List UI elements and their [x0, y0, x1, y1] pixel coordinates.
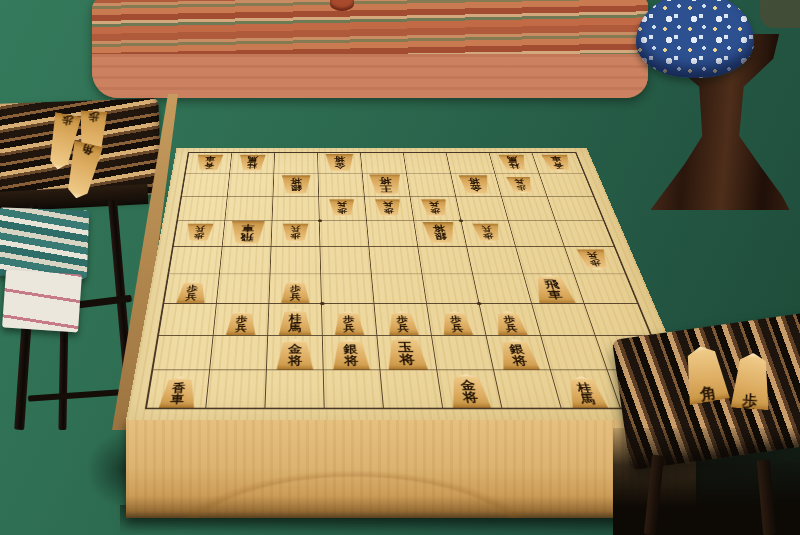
cushion-stripe-pattern: [92, 0, 648, 56]
board-cell-7-4[interactable]: 歩兵: [272, 221, 321, 247]
board-cell-5-6[interactable]: [372, 274, 427, 304]
board-cell-9-7[interactable]: [159, 304, 217, 336]
floor-cushion: [92, 0, 648, 98]
board-cell-3-6[interactable]: [473, 274, 532, 304]
board-cell-5-4[interactable]: [367, 221, 418, 247]
board-cell-8-9[interactable]: [206, 370, 267, 407]
board-cell-2-2[interactable]: 歩兵: [495, 174, 547, 197]
shogi-piece-sente-歩兵[interactable]: 歩兵: [332, 311, 366, 335]
cushion-body: [92, 54, 648, 98]
board-cell-7-6[interactable]: 歩兵: [269, 274, 321, 304]
board-cell-5-8[interactable]: 玉将: [377, 336, 437, 371]
shogi-piece-sente-桂馬[interactable]: 桂馬: [277, 309, 314, 335]
shogi-piece-sente-歩兵[interactable]: 歩兵: [279, 281, 311, 303]
board-cell-6-5[interactable]: [320, 246, 371, 274]
shogi-piece-sente-玉将[interactable]: 玉将: [383, 337, 431, 370]
shogi-piece-sente-香車[interactable]: 香車: [156, 376, 200, 407]
board-cell-3-9[interactable]: [494, 370, 561, 407]
board-cell-5-9[interactable]: [381, 370, 444, 407]
shogi-piece-sente-金将[interactable]: 金将: [274, 339, 315, 370]
board-cell-6-2[interactable]: [319, 174, 365, 197]
board-cell-5-1[interactable]: [361, 153, 407, 174]
shogi-piece-gote-銀将[interactable]: 銀将: [420, 222, 459, 245]
board-cell-8-7[interactable]: 歩兵: [214, 304, 270, 336]
shogi-piece-gote-歩兵[interactable]: 歩兵: [575, 250, 614, 270]
shogi-piece-gote-歩兵[interactable]: 歩兵: [419, 199, 451, 217]
board-cell-1-3[interactable]: [547, 197, 603, 221]
board-cell-3-1[interactable]: [446, 153, 495, 174]
indigo-patterned-stool-cushion: [636, 0, 754, 78]
shogi-piece-gote-銀将[interactable]: 銀将: [279, 175, 312, 195]
board-cell-1-1[interactable]: 香車: [532, 153, 584, 174]
board-cell-7-9[interactable]: [266, 370, 325, 407]
shogi-piece-gote-歩兵[interactable]: 歩兵: [504, 177, 537, 194]
shogi-piece-gote-桂馬[interactable]: 桂馬: [237, 155, 268, 172]
shogi-piece-sente-歩兵[interactable]: 歩兵: [438, 311, 475, 335]
board-front-face: [126, 417, 696, 518]
board-cell-4-9[interactable]: 金将: [437, 370, 502, 407]
folded-cloth-teal: [0, 207, 89, 278]
shogi-piece-sente-銀将[interactable]: 銀将: [330, 339, 373, 370]
board-cell-8-6[interactable]: [217, 274, 271, 304]
board-cell-4-2[interactable]: [407, 174, 456, 197]
board-cell-7-5[interactable]: [271, 246, 322, 274]
board-cell-6-1[interactable]: 金将: [318, 153, 363, 174]
board-cell-1-7[interactable]: [584, 304, 650, 336]
shogi-piece-sente-金将[interactable]: 金将: [445, 374, 494, 408]
board-cell-1-5[interactable]: 歩兵: [565, 246, 625, 274]
board-cell-8-4[interactable]: 飛車: [223, 221, 273, 247]
board-cell-3-5[interactable]: [467, 246, 524, 274]
board-cell-4-5[interactable]: [418, 246, 473, 274]
board-cell-5-3[interactable]: 歩兵: [365, 197, 414, 221]
shogi-piece-sente-飛車[interactable]: 飛車: [529, 275, 578, 303]
board-cell-4-7[interactable]: 歩兵: [427, 304, 486, 336]
star-point: [318, 219, 322, 222]
board-cell-7-8[interactable]: 金将: [267, 336, 324, 371]
corner-object: [760, 0, 800, 28]
shogi-piece-sente-歩兵[interactable]: 歩兵: [224, 311, 259, 335]
board-cell-6-6[interactable]: [321, 274, 374, 304]
board-cell-7-1[interactable]: [274, 153, 318, 174]
board-cell-3-2[interactable]: 金将: [451, 174, 502, 197]
shogi-piece-sente-歩兵[interactable]: 歩兵: [385, 311, 421, 335]
shogi-piece-sente-銀将[interactable]: 銀将: [494, 339, 542, 370]
board-cell-6-3[interactable]: 歩兵: [319, 197, 367, 221]
board-cell-4-4[interactable]: 銀将: [414, 221, 467, 247]
board-cell-2-1[interactable]: 桂馬: [489, 153, 539, 174]
board-cell-3-4[interactable]: 歩兵: [461, 221, 515, 247]
board-cell-8-5[interactable]: [220, 246, 272, 274]
board-cell-5-7[interactable]: 歩兵: [374, 304, 431, 336]
shogi-piece-gote-王将[interactable]: 王将: [367, 174, 405, 195]
shogi-piece-gote-歩兵[interactable]: 歩兵: [281, 224, 311, 243]
shogi-piece-gote-飛車[interactable]: 飛車: [228, 221, 267, 245]
board-cell-2-3[interactable]: [502, 197, 556, 221]
board-cell-9-6[interactable]: 歩兵: [165, 274, 220, 304]
board-cell-7-2[interactable]: 銀将: [273, 174, 319, 197]
board-cell-6-4[interactable]: [320, 221, 370, 247]
board-cell-1-2[interactable]: [539, 174, 592, 197]
board-cell-9-5[interactable]: [169, 246, 222, 274]
board-cell-4-6[interactable]: [422, 274, 479, 304]
board-cell-8-8[interactable]: [210, 336, 268, 371]
board-cell-1-4[interactable]: [556, 221, 614, 247]
board-cell-7-3[interactable]: [273, 197, 320, 221]
board-cell-5-5[interactable]: [369, 246, 422, 274]
shogi-piece-gote-金将[interactable]: 金将: [457, 175, 495, 195]
shogi-piece-gote-歩兵[interactable]: 歩兵: [184, 224, 216, 243]
board-cell-6-9[interactable]: [324, 370, 384, 407]
board-cell-8-1[interactable]: 桂馬: [230, 153, 275, 174]
folded-cloth-white: [2, 269, 82, 332]
board-cell-3-8[interactable]: 銀将: [486, 336, 550, 371]
board-cell-1-6[interactable]: [574, 274, 637, 304]
board-cell-9-1[interactable]: 香車: [186, 153, 232, 174]
board-cell-3-3[interactable]: [456, 197, 508, 221]
board-cell-8-2[interactable]: [228, 174, 274, 197]
shogi-piece-gote-金将[interactable]: 金将: [323, 154, 356, 173]
star-point: [459, 219, 464, 222]
shogi-piece-sente-歩兵[interactable]: 歩兵: [491, 311, 530, 335]
board-cell-7-7[interactable]: 桂馬: [268, 304, 323, 336]
shogi-piece-gote-香車[interactable]: 香車: [193, 155, 225, 172]
shogi-match-photo: 香車桂馬金将桂馬香車銀将王将金将歩兵歩兵歩兵歩兵歩兵飛車歩兵銀将歩兵歩兵歩兵歩兵…: [0, 0, 800, 535]
board-cell-9-9[interactable]: 香車: [147, 370, 210, 407]
shogi-piece-gote-歩兵[interactable]: 歩兵: [373, 199, 404, 217]
board-cell-9-2[interactable]: [182, 174, 230, 197]
board-cell-5-2[interactable]: 王将: [363, 174, 411, 197]
board-cell-4-3[interactable]: 歩兵: [410, 197, 461, 221]
board-cell-6-8[interactable]: 銀将: [323, 336, 381, 371]
board-cell-4-1[interactable]: [404, 153, 451, 174]
board-cell-9-4[interactable]: 歩兵: [174, 221, 225, 247]
shogi-piece-gote-香車[interactable]: 香車: [539, 155, 575, 172]
shogi-piece-gote-歩兵[interactable]: 歩兵: [471, 224, 505, 243]
shogi-piece-gote-歩兵[interactable]: 歩兵: [328, 199, 357, 217]
shogi-piece-sente-桂馬[interactable]: 桂馬: [561, 376, 610, 407]
board-cell-3-7[interactable]: 歩兵: [479, 304, 541, 336]
board-cell-4-8[interactable]: [432, 336, 494, 371]
board-cell-9-3[interactable]: [178, 197, 228, 221]
star-point: [320, 302, 324, 305]
shogi-piece-gote-桂馬[interactable]: 桂馬: [496, 155, 531, 172]
board-cell-6-7[interactable]: 歩兵: [322, 304, 377, 336]
board-cell-9-8[interactable]: [154, 336, 214, 371]
board-grid: 香車桂馬金将桂馬香車銀将王将金将歩兵歩兵歩兵歩兵歩兵飛車歩兵銀将歩兵歩兵歩兵歩兵…: [145, 152, 682, 409]
shogi-piece-sente-歩兵[interactable]: 歩兵: [174, 281, 209, 303]
board-cell-8-3[interactable]: [225, 197, 273, 221]
